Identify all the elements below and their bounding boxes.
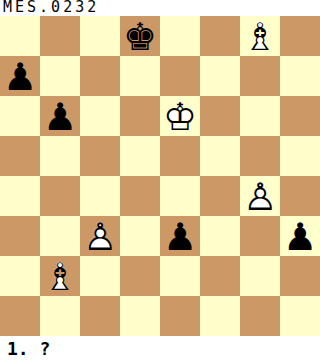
square-a3[interactable] — [0, 216, 40, 256]
square-f4[interactable] — [200, 176, 240, 216]
square-a4[interactable] — [0, 176, 40, 216]
piece-black-pawn[interactable]: ♟ — [0, 56, 40, 96]
square-c8[interactable] — [80, 16, 120, 56]
square-d4[interactable] — [120, 176, 160, 216]
diagram-id-label: MES.0232 — [0, 0, 320, 16]
square-e8[interactable] — [160, 16, 200, 56]
square-b7[interactable] — [40, 56, 80, 96]
square-e1[interactable] — [160, 296, 200, 336]
square-f6[interactable] — [200, 96, 240, 136]
black-pawn-icon: ♟ — [40, 96, 80, 136]
white-bishop-icon: ♗ — [240, 16, 280, 56]
square-a5[interactable] — [0, 136, 40, 176]
square-a8[interactable] — [0, 16, 40, 56]
square-g8[interactable]: ♝♗ — [240, 16, 280, 56]
square-b6[interactable]: ♟ — [40, 96, 80, 136]
square-e7[interactable] — [160, 56, 200, 96]
square-c1[interactable] — [80, 296, 120, 336]
piece-white-bishop[interactable]: ♝♗ — [240, 16, 280, 56]
square-g4[interactable]: ♟♙ — [240, 176, 280, 216]
square-e6[interactable]: ♚♔ — [160, 96, 200, 136]
chess-board: ♚♝♗♟♟♚♔♟♙♟♙♟♟♝♗ — [0, 16, 320, 336]
square-f3[interactable] — [200, 216, 240, 256]
square-e4[interactable] — [160, 176, 200, 216]
black-pawn-icon: ♟ — [0, 56, 40, 96]
square-h5[interactable] — [280, 136, 320, 176]
piece-black-pawn[interactable]: ♟ — [280, 216, 320, 256]
square-a1[interactable] — [0, 296, 40, 336]
white-pawn-icon: ♙ — [240, 176, 280, 216]
piece-white-pawn[interactable]: ♟♙ — [240, 176, 280, 216]
move-prompt: 1. ? — [0, 336, 320, 360]
square-e2[interactable] — [160, 256, 200, 296]
square-c2[interactable] — [80, 256, 120, 296]
white-king-icon: ♔ — [160, 96, 200, 136]
square-b3[interactable] — [40, 216, 80, 256]
square-h7[interactable] — [280, 56, 320, 96]
square-g5[interactable] — [240, 136, 280, 176]
square-h6[interactable] — [280, 96, 320, 136]
square-d2[interactable] — [120, 256, 160, 296]
black-king-icon: ♚ — [120, 16, 160, 56]
square-f2[interactable] — [200, 256, 240, 296]
square-h8[interactable] — [280, 16, 320, 56]
square-f5[interactable] — [200, 136, 240, 176]
square-b8[interactable] — [40, 16, 80, 56]
square-a6[interactable] — [0, 96, 40, 136]
white-pawn-icon: ♙ — [80, 216, 120, 256]
square-a2[interactable] — [0, 256, 40, 296]
square-c5[interactable] — [80, 136, 120, 176]
square-b4[interactable] — [40, 176, 80, 216]
square-b1[interactable] — [40, 296, 80, 336]
square-d6[interactable] — [120, 96, 160, 136]
square-h4[interactable] — [280, 176, 320, 216]
piece-white-king[interactable]: ♚♔ — [160, 96, 200, 136]
square-g2[interactable] — [240, 256, 280, 296]
piece-white-bishop[interactable]: ♝♗ — [40, 256, 80, 296]
piece-black-pawn[interactable]: ♟ — [40, 96, 80, 136]
black-pawn-icon: ♟ — [280, 216, 320, 256]
square-d1[interactable] — [120, 296, 160, 336]
square-g1[interactable] — [240, 296, 280, 336]
piece-white-pawn[interactable]: ♟♙ — [80, 216, 120, 256]
square-d3[interactable] — [120, 216, 160, 256]
square-e3[interactable]: ♟ — [160, 216, 200, 256]
square-c3[interactable]: ♟♙ — [80, 216, 120, 256]
square-b5[interactable] — [40, 136, 80, 176]
square-c6[interactable] — [80, 96, 120, 136]
square-f1[interactable] — [200, 296, 240, 336]
piece-black-pawn[interactable]: ♟ — [160, 216, 200, 256]
square-f8[interactable] — [200, 16, 240, 56]
piece-black-king[interactable]: ♚ — [120, 16, 160, 56]
square-d8[interactable]: ♚ — [120, 16, 160, 56]
black-pawn-icon: ♟ — [160, 216, 200, 256]
square-h3[interactable]: ♟ — [280, 216, 320, 256]
square-d5[interactable] — [120, 136, 160, 176]
square-d7[interactable] — [120, 56, 160, 96]
square-a7[interactable]: ♟ — [0, 56, 40, 96]
square-c4[interactable] — [80, 176, 120, 216]
square-g6[interactable] — [240, 96, 280, 136]
square-b2[interactable]: ♝♗ — [40, 256, 80, 296]
chess-diagram-screen: MES.0232 ♚♝♗♟♟♚♔♟♙♟♙♟♟♝♗ 1. ? — [0, 0, 320, 360]
square-g3[interactable] — [240, 216, 280, 256]
square-h1[interactable] — [280, 296, 320, 336]
square-c7[interactable] — [80, 56, 120, 96]
square-h2[interactable] — [280, 256, 320, 296]
white-bishop-icon: ♗ — [40, 256, 80, 296]
square-f7[interactable] — [200, 56, 240, 96]
square-e5[interactable] — [160, 136, 200, 176]
square-g7[interactable] — [240, 56, 280, 96]
